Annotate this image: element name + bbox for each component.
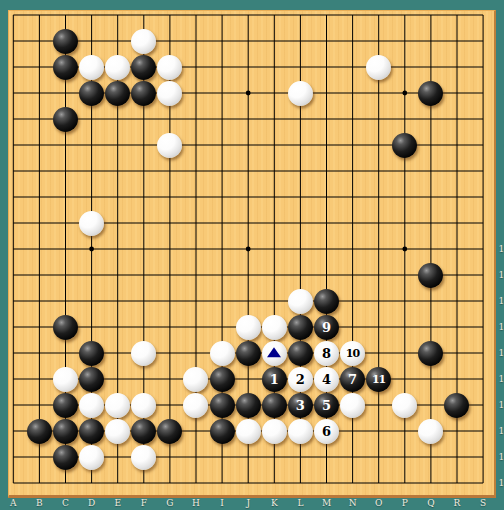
black-stone	[79, 367, 104, 392]
black-stone: 9	[314, 315, 339, 340]
move-number: 11	[372, 374, 385, 385]
column-label: K	[264, 498, 284, 509]
move-number: 4	[322, 373, 331, 386]
black-stone: 3	[288, 393, 313, 418]
white-stone	[236, 419, 261, 444]
white-stone	[340, 393, 365, 418]
white-stone	[392, 393, 417, 418]
black-stone	[210, 393, 235, 418]
row-label: 12	[470, 295, 504, 307]
row-label: 15	[470, 373, 504, 385]
black-stone	[53, 107, 78, 132]
black-stone	[210, 367, 235, 392]
move-number: 6	[322, 425, 331, 438]
white-stone	[262, 315, 287, 340]
black-stone	[53, 445, 78, 470]
white-stone	[105, 393, 130, 418]
column-label: E	[108, 498, 128, 509]
column-label: L	[290, 498, 310, 509]
go-board-window: 9810124711356 ABCDEFGHIJKLMNOPQRS 123456…	[0, 0, 504, 510]
black-stone	[418, 341, 443, 366]
row-label: 14	[470, 347, 504, 359]
column-label: I	[212, 498, 232, 509]
white-stone	[288, 289, 313, 314]
white-stone	[183, 367, 208, 392]
black-stone	[131, 419, 156, 444]
row-label: 10	[470, 243, 504, 255]
white-stone	[262, 341, 287, 366]
white-stone	[79, 393, 104, 418]
black-stone	[79, 81, 104, 106]
triangle-marker-icon	[267, 347, 281, 357]
black-stone: 1	[262, 367, 287, 392]
column-label: B	[29, 498, 49, 509]
row-label: 1	[470, 9, 504, 21]
column-label: R	[447, 498, 467, 509]
column-label: M	[317, 498, 337, 509]
white-stone	[131, 29, 156, 54]
black-stone	[79, 341, 104, 366]
row-label: 2	[470, 35, 504, 47]
column-label: G	[160, 498, 180, 509]
white-stone: 6	[314, 419, 339, 444]
move-number: 2	[296, 373, 305, 386]
column-label: H	[186, 498, 206, 509]
black-stone	[53, 29, 78, 54]
white-stone	[79, 55, 104, 80]
black-stone	[131, 81, 156, 106]
white-stone	[210, 341, 235, 366]
black-stone	[288, 315, 313, 340]
white-stone	[236, 315, 261, 340]
column-label: N	[343, 498, 363, 509]
black-stone	[131, 55, 156, 80]
white-stone	[288, 81, 313, 106]
row-label: 3	[470, 61, 504, 73]
white-stone	[157, 133, 182, 158]
black-stone	[236, 341, 261, 366]
black-stone	[27, 419, 52, 444]
column-label: J	[238, 498, 258, 509]
row-label: 19	[470, 477, 504, 489]
black-stone	[288, 341, 313, 366]
white-stone	[288, 419, 313, 444]
white-stone	[105, 419, 130, 444]
white-stone: 4	[314, 367, 339, 392]
white-stone	[366, 55, 391, 80]
white-stone	[105, 55, 130, 80]
column-label: C	[56, 498, 76, 509]
row-label: 5	[470, 113, 504, 125]
white-stone	[418, 419, 443, 444]
row-label: 16	[470, 399, 504, 411]
column-label: D	[82, 498, 102, 509]
white-stone	[262, 419, 287, 444]
white-stone	[157, 55, 182, 80]
white-stone: 2	[288, 367, 313, 392]
move-number: 9	[322, 321, 331, 334]
black-stone	[418, 81, 443, 106]
black-stone	[236, 393, 261, 418]
white-stone	[131, 445, 156, 470]
move-number: 1	[270, 373, 279, 386]
white-stone	[79, 211, 104, 236]
black-stone: 11	[366, 367, 391, 392]
black-stone	[157, 419, 182, 444]
row-label: 7	[470, 165, 504, 177]
column-label: O	[369, 498, 389, 509]
white-stone: 8	[314, 341, 339, 366]
column-label: A	[3, 498, 23, 509]
black-stone	[79, 419, 104, 444]
row-label: 11	[470, 269, 504, 281]
black-stone	[53, 55, 78, 80]
white-stone	[157, 81, 182, 106]
move-number: 7	[348, 373, 357, 386]
move-number: 8	[322, 347, 331, 360]
black-stone	[53, 315, 78, 340]
black-stone: 5	[314, 393, 339, 418]
black-stone	[392, 133, 417, 158]
black-stone	[53, 419, 78, 444]
move-number: 3	[296, 399, 305, 412]
board-grid[interactable]: 9810124711356	[0, 2, 496, 496]
black-stone	[105, 81, 130, 106]
column-label: Q	[421, 498, 441, 509]
white-stone	[131, 393, 156, 418]
white-stone	[53, 367, 78, 392]
row-label: 9	[470, 217, 504, 229]
black-stone	[444, 393, 469, 418]
column-label: P	[395, 498, 415, 509]
black-stone	[53, 393, 78, 418]
black-stone	[314, 289, 339, 314]
row-label: 6	[470, 139, 504, 151]
black-stone	[262, 393, 287, 418]
move-number: 5	[322, 399, 331, 412]
row-label: 13	[470, 321, 504, 333]
row-label: 4	[470, 87, 504, 99]
white-stone	[131, 341, 156, 366]
column-label: F	[134, 498, 154, 509]
black-stone	[210, 419, 235, 444]
move-number: 10	[346, 348, 359, 359]
black-stone	[418, 263, 443, 288]
white-stone	[183, 393, 208, 418]
white-stone	[79, 445, 104, 470]
white-stone: 10	[340, 341, 365, 366]
black-stone: 7	[340, 367, 365, 392]
row-label: 17	[470, 425, 504, 437]
column-label: S	[473, 498, 493, 509]
row-label: 8	[470, 191, 504, 203]
row-label: 18	[470, 451, 504, 463]
